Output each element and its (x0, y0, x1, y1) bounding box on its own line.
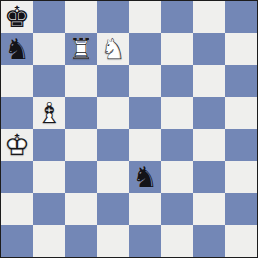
square-h3[interactable] (225, 161, 257, 193)
square-e5[interactable] (129, 97, 161, 129)
square-g1[interactable] (193, 225, 225, 257)
square-c8[interactable] (65, 1, 97, 33)
square-g2[interactable] (193, 193, 225, 225)
square-e1[interactable] (129, 225, 161, 257)
square-e7[interactable] (129, 33, 161, 65)
square-e3[interactable]: ♞ (129, 161, 161, 193)
chess-board: ♚♞♜♖♞♘♝♗♚♔♞ (1, 1, 257, 257)
square-a8[interactable]: ♚ (1, 1, 33, 33)
black-knight: ♞ (1, 33, 33, 65)
square-d7[interactable]: ♞♘ (97, 33, 129, 65)
square-g8[interactable] (193, 1, 225, 33)
square-d2[interactable] (97, 193, 129, 225)
square-c6[interactable] (65, 65, 97, 97)
square-c3[interactable] (65, 161, 97, 193)
square-b5[interactable]: ♝♗ (33, 97, 65, 129)
square-g6[interactable] (193, 65, 225, 97)
square-e4[interactable] (129, 129, 161, 161)
square-a7[interactable]: ♞ (1, 33, 33, 65)
square-d4[interactable] (97, 129, 129, 161)
square-f8[interactable] (161, 1, 193, 33)
square-a3[interactable] (1, 161, 33, 193)
square-c4[interactable] (65, 129, 97, 161)
white-king: ♚♔ (1, 129, 33, 161)
black-king: ♚ (1, 1, 33, 33)
square-b2[interactable] (33, 193, 65, 225)
square-a4[interactable]: ♚♔ (1, 129, 33, 161)
square-f5[interactable] (161, 97, 193, 129)
square-f1[interactable] (161, 225, 193, 257)
square-c2[interactable] (65, 193, 97, 225)
white-rook: ♜♖ (65, 33, 97, 65)
square-f2[interactable] (161, 193, 193, 225)
square-d3[interactable] (97, 161, 129, 193)
square-h2[interactable] (225, 193, 257, 225)
square-b7[interactable] (33, 33, 65, 65)
square-h7[interactable] (225, 33, 257, 65)
black-knight: ♞ (129, 161, 161, 193)
square-g7[interactable] (193, 33, 225, 65)
chess-board-frame: ♚♞♜♖♞♘♝♗♚♔♞ (0, 0, 258, 258)
square-g4[interactable] (193, 129, 225, 161)
square-b6[interactable] (33, 65, 65, 97)
square-h8[interactable] (225, 1, 257, 33)
square-c1[interactable] (65, 225, 97, 257)
square-d5[interactable] (97, 97, 129, 129)
white-bishop: ♝♗ (33, 97, 65, 129)
square-b3[interactable] (33, 161, 65, 193)
white-knight: ♞♘ (97, 33, 129, 65)
square-a2[interactable] (1, 193, 33, 225)
square-h4[interactable] (225, 129, 257, 161)
square-f3[interactable] (161, 161, 193, 193)
square-a6[interactable] (1, 65, 33, 97)
square-f7[interactable] (161, 33, 193, 65)
square-h5[interactable] (225, 97, 257, 129)
square-h6[interactable] (225, 65, 257, 97)
square-f4[interactable] (161, 129, 193, 161)
square-b1[interactable] (33, 225, 65, 257)
square-d8[interactable] (97, 1, 129, 33)
square-b8[interactable] (33, 1, 65, 33)
square-a1[interactable] (1, 225, 33, 257)
square-a5[interactable] (1, 97, 33, 129)
square-g3[interactable] (193, 161, 225, 193)
square-c5[interactable] (65, 97, 97, 129)
square-f6[interactable] (161, 65, 193, 97)
square-d6[interactable] (97, 65, 129, 97)
square-b4[interactable] (33, 129, 65, 161)
square-e6[interactable] (129, 65, 161, 97)
square-c7[interactable]: ♜♖ (65, 33, 97, 65)
square-e2[interactable] (129, 193, 161, 225)
square-e8[interactable] (129, 1, 161, 33)
square-h1[interactable] (225, 225, 257, 257)
square-g5[interactable] (193, 97, 225, 129)
square-d1[interactable] (97, 225, 129, 257)
